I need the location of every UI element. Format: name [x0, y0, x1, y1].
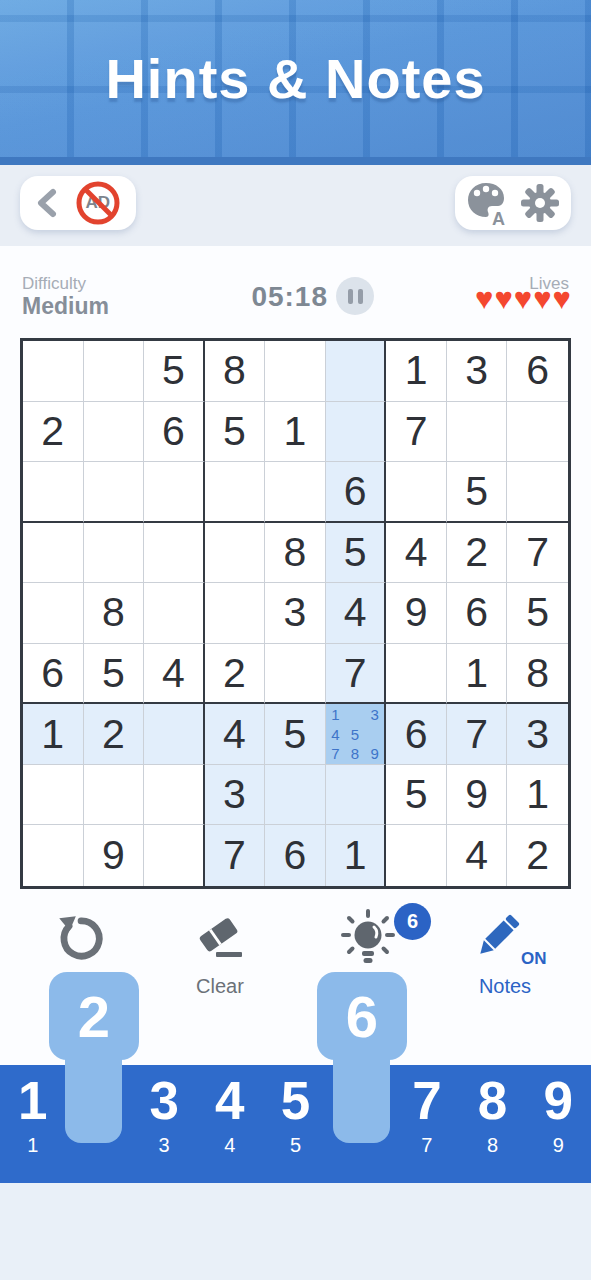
- cell-r2c2[interactable]: [84, 402, 145, 463]
- cell-r7c6[interactable]: 1345789: [326, 704, 387, 765]
- chevron-left-icon: [35, 187, 59, 219]
- cell-r1c5[interactable]: [265, 341, 326, 402]
- note-digit: [345, 704, 365, 724]
- cell-r2c9[interactable]: [507, 402, 568, 463]
- cell-r4c2[interactable]: [84, 523, 145, 584]
- number-key-9[interactable]: 99: [525, 1065, 591, 1183]
- cell-r8c4[interactable]: 3: [205, 765, 266, 826]
- pencil-icon: [469, 908, 527, 968]
- heart-icon: ♥: [514, 283, 532, 314]
- cell-r7c8[interactable]: 7: [447, 704, 508, 765]
- cell-r1c1[interactable]: [23, 341, 84, 402]
- cell-r5c3[interactable]: [144, 583, 205, 644]
- popup-stem-2: [65, 1048, 122, 1143]
- header: Hints & Notes: [0, 0, 591, 165]
- note-digit: 3: [365, 704, 385, 724]
- cell-r8c5[interactable]: [265, 765, 326, 826]
- cell-r2c4[interactable]: 5: [205, 402, 266, 463]
- timer: 05:18: [233, 281, 328, 313]
- cell-r4c1[interactable]: [23, 523, 84, 584]
- cell-r9c1[interactable]: [23, 825, 84, 886]
- number-key-4[interactable]: 44: [197, 1065, 263, 1183]
- cell-r1c9[interactable]: 6: [507, 341, 568, 402]
- cell-r4c4[interactable]: [205, 523, 266, 584]
- notes-toggle-button[interactable]: ON Notes: [445, 905, 565, 1005]
- cell-r5c5[interactable]: 3: [265, 583, 326, 644]
- cell-r1c7[interactable]: 1: [386, 341, 447, 402]
- cell-r6c6[interactable]: 7: [326, 644, 387, 705]
- number-key-3[interactable]: 33: [131, 1065, 197, 1183]
- number-key-digit: 3: [149, 1074, 178, 1127]
- cell-r7c1[interactable]: 1: [23, 704, 84, 765]
- cell-r6c2[interactable]: 5: [84, 644, 145, 705]
- number-key-count: 9: [553, 1134, 564, 1157]
- number-key-1[interactable]: 11: [0, 1065, 66, 1183]
- cell-r8c8[interactable]: 9: [447, 765, 508, 826]
- hint-count-badge: 6: [394, 903, 431, 940]
- clear-button[interactable]: Clear: [160, 905, 280, 1005]
- notes-state-badge: ON: [521, 949, 547, 969]
- number-key-8[interactable]: 88: [460, 1065, 526, 1183]
- note-digit: 7: [326, 744, 346, 764]
- number-key-digit: 9: [543, 1074, 572, 1127]
- cell-r7c2[interactable]: 2: [84, 704, 145, 765]
- cell-r4c6[interactable]: 5: [326, 523, 387, 584]
- sudoku-board: 5813626517658542783496565427181245134578…: [20, 338, 571, 889]
- number-key-count: 1: [27, 1134, 38, 1157]
- number-key-digit: 1: [18, 1074, 47, 1127]
- number-key-5[interactable]: 55: [263, 1065, 329, 1183]
- note-digit: 5: [345, 724, 365, 744]
- cell-r9c7[interactable]: [386, 825, 447, 886]
- cell-r3c4[interactable]: [205, 462, 266, 523]
- cell-r2c1[interactable]: 2: [23, 402, 84, 463]
- back-pill: AD: [20, 176, 136, 230]
- cell-r5c1[interactable]: [23, 583, 84, 644]
- cell-r7c7[interactable]: 6: [386, 704, 447, 765]
- back-button[interactable]: [35, 187, 59, 219]
- heart-icon: ♥: [475, 283, 493, 314]
- cell-r9c8[interactable]: 4: [447, 825, 508, 886]
- cell-r1c4[interactable]: 8: [205, 341, 266, 402]
- popup-stem-6: [333, 1048, 390, 1143]
- settings-pill: A: [455, 176, 571, 230]
- cell-r9c6[interactable]: 1: [326, 825, 387, 886]
- cell-r4c5[interactable]: 8: [265, 523, 326, 584]
- number-key-count: 3: [159, 1134, 170, 1157]
- header-divider: [0, 157, 591, 165]
- cell-r6c3[interactable]: 4: [144, 644, 205, 705]
- notes-grid: 1345789: [326, 704, 385, 764]
- cell-r8c1[interactable]: [23, 765, 84, 826]
- number-key-7[interactable]: 77: [394, 1065, 460, 1183]
- cell-r7c5[interactable]: 5: [265, 704, 326, 765]
- cell-r5c6[interactable]: 4: [326, 583, 387, 644]
- cell-r3c9[interactable]: [507, 462, 568, 523]
- eraser-icon: [192, 910, 248, 966]
- no-ads-icon[interactable]: AD: [75, 180, 121, 226]
- cell-r6c1[interactable]: 6: [23, 644, 84, 705]
- cell-r8c2[interactable]: [84, 765, 145, 826]
- cell-r4c9[interactable]: 7: [507, 523, 568, 584]
- cell-r5c2[interactable]: 8: [84, 583, 145, 644]
- settings-button[interactable]: [519, 182, 561, 224]
- number-key-count: 8: [487, 1134, 498, 1157]
- cell-r2c5[interactable]: 1: [265, 402, 326, 463]
- gear-icon: [519, 182, 561, 224]
- cell-r9c4[interactable]: 7: [205, 825, 266, 886]
- number-key-digit: 7: [412, 1074, 441, 1127]
- cell-r5c7[interactable]: 9: [386, 583, 447, 644]
- note-digit: 1: [326, 704, 346, 724]
- pause-icon: [358, 289, 363, 304]
- lightbulb-icon: [339, 907, 397, 969]
- cell-r7c9[interactable]: 3: [507, 704, 568, 765]
- cell-r9c2[interactable]: 9: [84, 825, 145, 886]
- cell-r3c7[interactable]: [386, 462, 447, 523]
- cell-r4c3[interactable]: [144, 523, 205, 584]
- popup-number-2: 2: [49, 972, 139, 1060]
- app-screen: Hints & Notes AD: [0, 0, 591, 1280]
- cell-r3c5[interactable]: [265, 462, 326, 523]
- clear-label: Clear: [160, 975, 280, 998]
- number-key-digit: 5: [281, 1074, 310, 1127]
- cell-r3c6[interactable]: 6: [326, 462, 387, 523]
- cell-r5c4[interactable]: [205, 583, 266, 644]
- cell-r1c8[interactable]: 3: [447, 341, 508, 402]
- cell-r9c9[interactable]: 2: [507, 825, 568, 886]
- cell-r3c3[interactable]: [144, 462, 205, 523]
- cell-r6c4[interactable]: 2: [205, 644, 266, 705]
- cell-r1c2[interactable]: [84, 341, 145, 402]
- number-key-count: 4: [224, 1134, 235, 1157]
- cell-r2c8[interactable]: [447, 402, 508, 463]
- cell-r3c8[interactable]: 5: [447, 462, 508, 523]
- cell-r9c3[interactable]: [144, 825, 205, 886]
- pause-icon: [348, 289, 353, 304]
- cell-r3c2[interactable]: [84, 462, 145, 523]
- heart-icon: ♥: [533, 283, 551, 314]
- cell-r7c3[interactable]: [144, 704, 205, 765]
- number-key-digit: 4: [215, 1074, 244, 1127]
- palette-icon: A: [465, 180, 509, 226]
- note-digit: [365, 724, 385, 744]
- cell-r2c7[interactable]: 7: [386, 402, 447, 463]
- difficulty-value: Medium: [22, 293, 109, 320]
- heart-icon: ♥: [553, 283, 571, 314]
- cell-r2c3[interactable]: 6: [144, 402, 205, 463]
- cell-r8c9[interactable]: 1: [507, 765, 568, 826]
- number-key-digit: 8: [478, 1074, 507, 1127]
- note-digit: 8: [345, 744, 365, 764]
- svg-text:A: A: [492, 209, 505, 226]
- undo-icon: [53, 911, 107, 965]
- page-title: Hints & Notes: [0, 46, 591, 111]
- note-digit: 4: [326, 724, 346, 744]
- notes-label: Notes: [445, 975, 565, 998]
- cell-r9c5[interactable]: 6: [265, 825, 326, 886]
- pause-button[interactable]: [336, 277, 374, 315]
- cell-r4c7[interactable]: 4: [386, 523, 447, 584]
- cell-r6c8[interactable]: 1: [447, 644, 508, 705]
- cell-r3c1[interactable]: [23, 462, 84, 523]
- cell-r8c3[interactable]: [144, 765, 205, 826]
- cell-r6c7[interactable]: [386, 644, 447, 705]
- cell-r8c7[interactable]: 5: [386, 765, 447, 826]
- prohibited-circle-icon: [75, 180, 121, 226]
- cell-r2c6[interactable]: [326, 402, 387, 463]
- cell-r5c9[interactable]: 5: [507, 583, 568, 644]
- bottom-panel: [0, 1183, 591, 1280]
- number-key-count: 5: [290, 1134, 301, 1157]
- cell-r1c6[interactable]: [326, 341, 387, 402]
- difficulty-label: Difficulty: [22, 274, 86, 294]
- cell-r7c4[interactable]: 4: [205, 704, 266, 765]
- cell-r6c9[interactable]: 8: [507, 644, 568, 705]
- popup-number-6: 6: [317, 972, 407, 1060]
- cell-r4c8[interactable]: 2: [447, 523, 508, 584]
- cell-r5c8[interactable]: 6: [447, 583, 508, 644]
- top-toolbar: AD A: [0, 165, 591, 246]
- note-digit: 9: [365, 744, 385, 764]
- number-key-count: 7: [421, 1134, 432, 1157]
- theme-button[interactable]: A: [465, 180, 509, 226]
- lives-hearts: ♥♥♥♥♥: [475, 283, 571, 314]
- cell-r6c5[interactable]: [265, 644, 326, 705]
- cell-r8c6[interactable]: [326, 765, 387, 826]
- cell-r1c3[interactable]: 5: [144, 341, 205, 402]
- heart-icon: ♥: [494, 283, 512, 314]
